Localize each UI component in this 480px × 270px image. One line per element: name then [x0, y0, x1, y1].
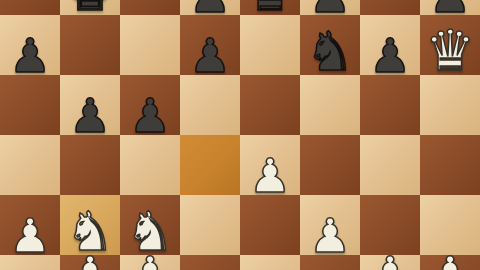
square-a3[interactable]: ♟: [0, 195, 60, 255]
square-g7[interactable]: [360, 0, 420, 15]
square-b4[interactable]: [60, 135, 120, 195]
square-b7[interactable]: ♚: [60, 0, 120, 15]
black-pawn-d6[interactable]: ♟: [189, 32, 231, 79]
square-a5[interactable]: [0, 75, 60, 135]
black-pawn-c5[interactable]: ♟: [129, 92, 171, 139]
square-b6[interactable]: [60, 15, 120, 75]
black-knight-f6[interactable]: ♞: [306, 25, 354, 79]
white-pawn-b2[interactable]: ♟: [69, 250, 111, 270]
square-g2[interactable]: ♟: [360, 255, 420, 270]
square-c5[interactable]: ♟: [120, 75, 180, 135]
black-pawn-a6[interactable]: ♟: [9, 32, 51, 79]
square-a2[interactable]: [0, 255, 60, 270]
square-e7[interactable]: ♛: [240, 0, 300, 15]
square-a7[interactable]: [0, 0, 60, 15]
square-e3[interactable]: [240, 195, 300, 255]
white-pawn-c2[interactable]: ♟: [129, 250, 171, 270]
square-h5[interactable]: [420, 75, 480, 135]
white-pawn-g2[interactable]: ♟: [369, 250, 411, 270]
square-g5[interactable]: [360, 75, 420, 135]
square-f7[interactable]: ♟: [300, 0, 360, 15]
square-c2[interactable]: ♟: [120, 255, 180, 270]
square-c6[interactable]: [120, 15, 180, 75]
square-f6[interactable]: ♞: [300, 15, 360, 75]
square-a6[interactable]: ♟: [0, 15, 60, 75]
square-e5[interactable]: [240, 75, 300, 135]
square-d4[interactable]: [180, 135, 240, 195]
square-e4[interactable]: ♟: [240, 135, 300, 195]
square-e2[interactable]: [240, 255, 300, 270]
square-h4[interactable]: [420, 135, 480, 195]
square-d2[interactable]: [180, 255, 240, 270]
square-f5[interactable]: [300, 75, 360, 135]
square-f4[interactable]: [300, 135, 360, 195]
chess-board: ♚♟♛♟♟♟♟♞♟♛♟♟♟♟♞♞♟♟♟♟♟: [0, 0, 480, 270]
square-f2[interactable]: [300, 255, 360, 270]
black-pawn-b5[interactable]: ♟: [69, 92, 111, 139]
square-d7[interactable]: ♟: [180, 0, 240, 15]
square-h2[interactable]: ♟: [420, 255, 480, 270]
square-h7[interactable]: ♟: [420, 0, 480, 15]
square-b2[interactable]: ♟: [60, 255, 120, 270]
square-d5[interactable]: [180, 75, 240, 135]
black-pawn-g6[interactable]: ♟: [369, 32, 411, 79]
square-g4[interactable]: [360, 135, 420, 195]
square-b5[interactable]: ♟: [60, 75, 120, 135]
square-c7[interactable]: [120, 0, 180, 15]
square-f3[interactable]: ♟: [300, 195, 360, 255]
white-pawn-h2[interactable]: ♟: [429, 250, 471, 270]
white-pawn-f3[interactable]: ♟: [309, 212, 351, 259]
square-g6[interactable]: ♟: [360, 15, 420, 75]
square-e6[interactable]: [240, 15, 300, 75]
square-h6[interactable]: ♛: [420, 15, 480, 75]
square-d3[interactable]: [180, 195, 240, 255]
board-viewport: ♚♟♛♟♟♟♟♞♟♛♟♟♟♟♞♞♟♟♟♟♟: [0, 0, 480, 270]
square-a4[interactable]: [0, 135, 60, 195]
square-d6[interactable]: ♟: [180, 15, 240, 75]
square-c4[interactable]: [120, 135, 180, 195]
white-queen-h6[interactable]: ♛: [425, 23, 475, 79]
white-pawn-a3[interactable]: ♟: [9, 212, 51, 259]
white-pawn-e4[interactable]: ♟: [249, 152, 291, 199]
